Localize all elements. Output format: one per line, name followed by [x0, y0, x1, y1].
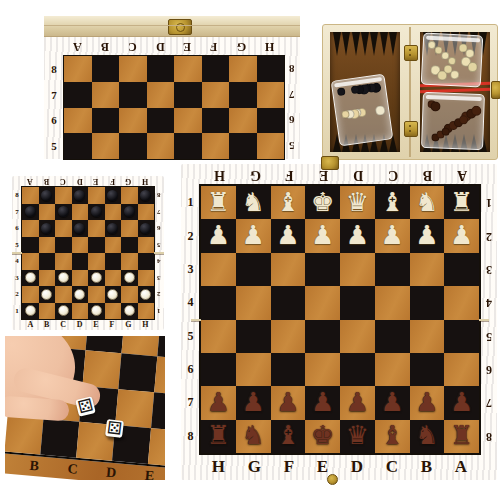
coord-label: 8	[485, 429, 492, 444]
square	[257, 133, 285, 159]
square-f2: ♟	[271, 219, 306, 252]
square-b5	[39, 237, 56, 254]
coord-label: 8	[15, 191, 19, 199]
square-e5	[305, 320, 340, 353]
square-h7	[138, 204, 155, 221]
square-a6	[444, 353, 479, 386]
coord-label: 3	[157, 274, 161, 282]
square-g5	[236, 320, 271, 353]
white-pawn: ♟	[207, 222, 230, 248]
square-a6	[22, 220, 39, 237]
coord-label: 7	[15, 208, 19, 216]
game-piece-in-bag	[471, 106, 481, 116]
square	[64, 133, 92, 159]
square-a8	[22, 187, 39, 204]
white-checker	[124, 305, 135, 316]
brass-clasp-icon	[168, 19, 192, 35]
rank-numbers-left: 8765	[44, 56, 64, 159]
coord-label: 3	[485, 262, 492, 277]
black-checker	[124, 206, 135, 217]
square-f5	[271, 320, 306, 353]
square	[151, 392, 165, 431]
closed-folded-chessboard-photo: ABCDEFGH 8765 8765	[44, 16, 300, 158]
checkers-setup-photo: ABCDEFGH ABCDEFGH 87654321 87654321	[12, 176, 164, 330]
white-pawn: ♟	[415, 222, 438, 248]
white-checker	[41, 289, 52, 300]
square	[174, 133, 202, 159]
coord-label: 6	[51, 114, 57, 126]
coord-label: 7	[188, 395, 195, 410]
square-d2	[72, 286, 89, 303]
square-g4	[121, 253, 138, 270]
coord-label: G	[249, 167, 261, 183]
coord-label: 1	[485, 195, 492, 210]
box-top-edge	[44, 16, 300, 37]
square-b3	[39, 270, 56, 287]
square	[5, 416, 43, 455]
coord-label: F	[110, 320, 115, 329]
square-h3	[201, 253, 236, 286]
square-e5	[88, 237, 105, 254]
game-piece-in-bag	[430, 101, 440, 111]
square-b7: ♟	[410, 386, 445, 419]
square	[148, 428, 165, 467]
square-c8	[55, 187, 72, 204]
game-piece-in-bag	[465, 49, 474, 58]
black-rook: ♜	[450, 422, 473, 448]
square	[174, 56, 202, 82]
square-f7: ♟	[271, 386, 306, 419]
square-h5	[138, 237, 155, 254]
black-checker	[25, 206, 36, 217]
square-b4	[410, 286, 445, 319]
square-h6	[138, 220, 155, 237]
coord-label: F	[284, 457, 295, 477]
coord-label: 6	[15, 224, 19, 232]
square	[147, 133, 175, 159]
square	[147, 56, 175, 82]
coord-label: 2	[188, 229, 195, 244]
brass-side-clasp-icon	[491, 81, 500, 99]
black-king: ♚	[311, 422, 334, 448]
point	[380, 32, 388, 56]
die: ⚄	[75, 396, 96, 417]
white-checker	[74, 289, 85, 300]
square-g7: ♟	[236, 386, 271, 419]
coord-label: 2	[485, 229, 492, 244]
coord-label: A	[73, 39, 82, 54]
square-b8: ♞	[410, 420, 445, 453]
white-pawn: ♟	[380, 222, 403, 248]
square	[119, 56, 147, 82]
white-checker	[25, 305, 36, 316]
square-a5	[444, 320, 479, 353]
coord-label: 8	[51, 63, 57, 75]
square	[229, 108, 257, 134]
game-piece-in-bag	[459, 115, 468, 124]
coord-label: 6	[188, 362, 195, 377]
square-c2	[55, 286, 72, 303]
square-d3	[72, 270, 89, 287]
coord-label: H	[142, 177, 148, 186]
square-g8: ♞	[236, 420, 271, 453]
square-a3	[22, 270, 39, 287]
square-g6	[121, 220, 138, 237]
black-checker	[74, 190, 85, 201]
square	[202, 108, 230, 134]
square-a3	[444, 253, 479, 286]
bag-of-checkers-discs	[331, 74, 394, 147]
coord-label: E	[93, 320, 98, 329]
thumb	[5, 396, 70, 422]
coord-label: G	[248, 457, 262, 477]
square-e2	[88, 286, 105, 303]
square-e6	[305, 353, 340, 386]
white-bishop: ♝	[380, 189, 403, 215]
file-letters: HGFEDCBA	[201, 453, 479, 480]
point	[370, 32, 378, 56]
file-letters-rotated: ABCDEFGH	[22, 176, 154, 187]
black-checker	[107, 223, 118, 234]
square-d7: ♟	[340, 386, 375, 419]
square-c3	[375, 253, 410, 286]
square-g1: ♞	[236, 186, 271, 219]
coord-label: 8	[157, 191, 161, 199]
square	[147, 82, 175, 108]
square-e3	[88, 270, 105, 287]
square-g7	[121, 204, 138, 221]
square-c4	[375, 286, 410, 319]
coord-label: 4	[15, 257, 19, 265]
square-h1	[138, 303, 155, 320]
backgammon-points	[332, 32, 398, 56]
white-king: ♚	[311, 189, 334, 215]
coord-label: D	[352, 167, 363, 183]
coord-label: H	[212, 457, 226, 477]
coord-label: E	[93, 177, 98, 186]
point	[342, 32, 350, 56]
game-piece-in-bag	[441, 128, 449, 136]
square-b2	[39, 286, 56, 303]
square-d4	[340, 286, 375, 319]
square-f3	[271, 253, 306, 286]
coord-label: C	[60, 177, 66, 186]
square-e8	[88, 187, 105, 204]
coord-label: H	[213, 167, 225, 183]
square-d1: ♛	[340, 186, 375, 219]
square-h3	[138, 270, 155, 287]
coord-label: A	[27, 177, 33, 186]
square	[119, 82, 147, 108]
square	[92, 56, 120, 82]
square-a2: ♟	[444, 219, 479, 252]
coord-label: 5	[485, 329, 492, 344]
square-c1: ♝	[375, 186, 410, 219]
square-c1	[55, 303, 72, 320]
square-f1: ♝	[271, 186, 306, 219]
black-knight: ♞	[415, 422, 438, 448]
coord-label: 5	[289, 140, 295, 152]
checkers-grid	[22, 187, 154, 319]
brass-clasp-icon	[321, 156, 339, 170]
brass-hinge-icon	[404, 45, 418, 61]
coord-label: G	[237, 39, 246, 54]
coord-label: D	[351, 457, 364, 477]
black-bishop: ♝	[276, 422, 299, 448]
black-checker	[41, 223, 52, 234]
square-b7	[39, 204, 56, 221]
square-d8	[72, 187, 89, 204]
square-a8: ♜	[444, 420, 479, 453]
square-f8: ♝	[271, 420, 306, 453]
square-c7: ♟	[375, 386, 410, 419]
square-f1	[105, 303, 122, 320]
square-g3	[236, 253, 271, 286]
square-d4	[72, 253, 89, 270]
white-checker	[124, 272, 135, 283]
white-pawn: ♟	[241, 222, 264, 248]
square	[257, 56, 285, 82]
square-f5	[105, 237, 122, 254]
coord-label: G	[125, 320, 131, 329]
coord-label: C	[67, 461, 78, 478]
coord-label: D	[77, 177, 83, 186]
square	[257, 82, 285, 108]
black-pawn: ♟	[346, 389, 369, 415]
brass-clasp-pin-icon	[327, 474, 338, 485]
black-pawn: ♟	[450, 389, 473, 415]
brass-hinge-icon	[404, 121, 418, 137]
coord-label: B	[44, 177, 49, 186]
coord-label: 5	[15, 241, 19, 249]
white-checker	[107, 289, 118, 300]
square-e1: ♚	[305, 186, 340, 219]
white-rook: ♜	[207, 189, 230, 215]
square	[229, 133, 257, 159]
square-g6	[236, 353, 271, 386]
square-f7	[105, 204, 122, 221]
square-a7: ♟	[444, 386, 479, 419]
square-f2	[105, 286, 122, 303]
square-c4	[55, 253, 72, 270]
square-c2: ♟	[375, 219, 410, 252]
coord-label: 1	[188, 195, 195, 210]
square	[92, 108, 120, 134]
coord-label: 7	[51, 89, 57, 101]
square-c6	[375, 353, 410, 386]
square-a7	[22, 204, 39, 221]
black-pawn: ♟	[415, 389, 438, 415]
white-rook: ♜	[450, 189, 473, 215]
square-b4	[39, 253, 56, 270]
square	[64, 82, 92, 108]
square-g5	[121, 237, 138, 254]
square-b6	[410, 353, 445, 386]
square	[174, 82, 202, 108]
square	[118, 353, 157, 392]
square-e4	[88, 253, 105, 270]
coord-label: B	[29, 458, 40, 475]
coord-label: 8	[188, 429, 195, 444]
square-b3	[410, 253, 445, 286]
black-pawn: ♟	[311, 389, 334, 415]
square-f6	[105, 220, 122, 237]
game-piece-in-bag	[450, 70, 459, 79]
bag-of-light-chess-pieces	[421, 32, 484, 87]
game-piece-in-bag	[337, 87, 346, 96]
white-checker	[140, 289, 151, 300]
square	[202, 82, 230, 108]
square	[119, 133, 147, 159]
square	[257, 108, 285, 134]
square-f4	[271, 286, 306, 319]
square-g4	[236, 286, 271, 319]
black-queen: ♛	[346, 422, 369, 448]
square	[229, 56, 257, 82]
coord-label: E	[317, 457, 329, 477]
square-g8	[121, 187, 138, 204]
square-e3	[305, 253, 340, 286]
square-h2: ♟	[201, 219, 236, 252]
square-a5	[22, 237, 39, 254]
coord-label: 6	[157, 224, 161, 232]
square-g2	[121, 286, 138, 303]
coord-label: C	[128, 39, 137, 54]
square-d7	[72, 204, 89, 221]
square-d1	[72, 303, 89, 320]
square-e8: ♚	[305, 420, 340, 453]
coord-label: 6	[485, 362, 492, 377]
square	[119, 108, 147, 134]
coord-label: D	[77, 320, 83, 329]
square-a1: ♜	[444, 186, 479, 219]
square-d5	[72, 237, 89, 254]
square	[92, 133, 120, 159]
coord-label: 4	[188, 295, 195, 310]
point	[389, 32, 397, 56]
closed-board-face: ABCDEFGH 8765 8765	[44, 37, 300, 159]
coord-label: 6	[289, 114, 295, 126]
square	[174, 108, 202, 134]
coord-label: 3	[15, 274, 19, 282]
open-box-contents-photo	[322, 24, 498, 160]
square-h4	[138, 253, 155, 270]
product-photo-collage: ABCDEFGH 8765 8765 ABCDEFGH ABCDEFGH 876…	[0, 0, 500, 490]
coord-label: 5	[51, 140, 57, 152]
coord-label: 5	[188, 329, 195, 344]
coord-label: C	[60, 320, 66, 329]
square-d8: ♛	[340, 420, 375, 453]
coord-label: B	[421, 457, 433, 477]
square-a4	[22, 253, 39, 270]
game-piece-in-bag	[467, 62, 478, 73]
square-b1	[39, 303, 56, 320]
black-checker	[91, 206, 102, 217]
coord-label: 1	[157, 307, 161, 315]
square-b2: ♟	[410, 219, 445, 252]
rank-numbers-right: 8765	[284, 56, 300, 159]
white-checker	[58, 305, 69, 316]
black-checker	[41, 190, 52, 201]
white-checker	[91, 305, 102, 316]
black-checker	[58, 206, 69, 217]
square-e6	[88, 220, 105, 237]
square	[40, 419, 79, 458]
square-c3	[55, 270, 72, 287]
coord-label: 4	[485, 295, 492, 310]
coord-label: E	[183, 39, 191, 54]
coord-label: C	[387, 167, 398, 183]
bag-of-dark-chess-pieces	[421, 92, 485, 150]
square-c6	[55, 220, 72, 237]
square-h4	[201, 286, 236, 319]
square-g2: ♟	[236, 219, 271, 252]
half-chessboard-grid	[64, 56, 284, 159]
coord-label: 2	[157, 290, 161, 298]
coord-label: A	[456, 167, 467, 183]
black-bishop: ♝	[380, 422, 403, 448]
square-h5	[201, 320, 236, 353]
black-checker	[140, 190, 151, 201]
game-piece-in-bag	[375, 105, 386, 116]
black-rook: ♜	[207, 422, 230, 448]
square-d5	[340, 320, 375, 353]
square-h7: ♟	[201, 386, 236, 419]
chess-setup-photo: HGFEDCBA HGFEDCBA 12345678 12345678 ♜♞♝♚…	[181, 164, 497, 480]
coord-label: 8	[289, 63, 295, 75]
square-b1: ♞	[410, 186, 445, 219]
file-letters-rotated: HGFEDCBA	[201, 164, 479, 186]
coord-label: 2	[15, 290, 19, 298]
coord-label: E	[144, 468, 155, 480]
coord-label: 3	[188, 262, 195, 277]
square-c7	[55, 204, 72, 221]
coord-label: 7	[157, 208, 161, 216]
square-g3	[121, 270, 138, 287]
square	[147, 108, 175, 134]
square	[229, 82, 257, 108]
black-pawn: ♟	[276, 389, 299, 415]
black-checker	[140, 223, 151, 234]
square-e7	[88, 204, 105, 221]
square-d6	[340, 353, 375, 386]
square-d2: ♟	[340, 219, 375, 252]
point	[352, 32, 360, 56]
square-h6	[201, 353, 236, 386]
coord-label: F	[210, 39, 217, 54]
coord-label: 4	[157, 257, 161, 265]
black-pawn: ♟	[241, 389, 264, 415]
file-letters-rotated: ABCDEFGH	[64, 37, 284, 56]
coord-label: D	[156, 39, 165, 54]
game-piece-in-bag	[437, 70, 448, 81]
black-checker	[74, 223, 85, 234]
square-d6	[72, 220, 89, 237]
point	[361, 32, 369, 56]
coord-label: H	[142, 320, 148, 329]
black-knight: ♞	[241, 422, 264, 448]
white-bishop: ♝	[276, 189, 299, 215]
square	[64, 56, 92, 82]
square-a4	[444, 286, 479, 319]
square-d3	[340, 253, 375, 286]
square	[92, 82, 120, 108]
black-pawn: ♟	[207, 389, 230, 415]
coord-label: A	[27, 320, 33, 329]
white-knight: ♞	[415, 189, 438, 215]
square	[154, 356, 165, 395]
square-b8	[39, 187, 56, 204]
